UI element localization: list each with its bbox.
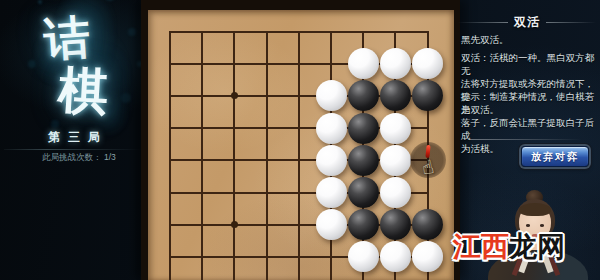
white-stone xyxy=(316,209,347,240)
watermark-part-1: 江西 xyxy=(453,230,509,263)
white-stone xyxy=(412,241,443,272)
site-watermark: 江西龙网 xyxy=(453,228,565,266)
watermark-part-2: 龙网 xyxy=(509,230,565,263)
left-divider xyxy=(4,149,144,150)
grid-line-vertical xyxy=(233,31,235,280)
black-stone xyxy=(348,113,379,144)
white-stone xyxy=(380,48,411,79)
star-point xyxy=(231,221,238,228)
black-stone xyxy=(348,209,379,240)
black-stone xyxy=(348,80,379,111)
black-stone xyxy=(380,80,411,111)
black-stone xyxy=(348,177,379,208)
white-stone xyxy=(412,48,443,79)
white-stone xyxy=(316,113,347,144)
grid-line-vertical xyxy=(298,31,300,280)
go-board[interactable]: ☝ xyxy=(141,0,460,280)
white-stone xyxy=(316,145,347,176)
black-stone xyxy=(380,209,411,240)
white-stone xyxy=(316,177,347,208)
grid-line-horizontal xyxy=(169,31,429,33)
grid-line-vertical xyxy=(266,31,268,280)
game-title-char-2: 棋 xyxy=(56,57,109,127)
puzzle-title: 双活 xyxy=(514,14,540,31)
challenge-count-label: 此局挑战次数： xyxy=(42,152,102,164)
give-up-button[interactable]: 放弃对弈 xyxy=(521,146,589,167)
black-stone xyxy=(412,80,443,111)
black-stone xyxy=(412,209,443,240)
npc-eye-right xyxy=(540,224,544,227)
white-stone xyxy=(316,80,347,111)
round-label: 第三局 xyxy=(0,129,148,146)
panel-divider xyxy=(470,139,582,140)
grid-line-vertical xyxy=(169,31,171,280)
npc-eye-left xyxy=(526,224,530,227)
white-stone xyxy=(380,241,411,272)
white-stone xyxy=(380,113,411,144)
star-point xyxy=(231,92,238,99)
puzzle-objective: 黑先双活。 xyxy=(461,33,599,46)
puzzle-title-row: 双活 xyxy=(458,14,596,31)
black-stone xyxy=(348,145,379,176)
white-stone xyxy=(348,48,379,79)
npc-hair-fringe xyxy=(519,203,551,216)
white-stone xyxy=(380,177,411,208)
white-stone xyxy=(380,145,411,176)
board-grid-layer: ☝ xyxy=(141,0,460,280)
title-deco-line-right xyxy=(546,22,596,23)
grid-line-vertical xyxy=(201,31,203,280)
game-screen: 诘 棋 第三局 此局挑战次数： 1/3 ☝ 双活 黑先双活。 双活：活棋的一种。… xyxy=(0,0,600,280)
title-deco-line-left xyxy=(458,22,508,23)
white-stone xyxy=(348,241,379,272)
challenge-count-value: 1/3 xyxy=(104,152,116,162)
